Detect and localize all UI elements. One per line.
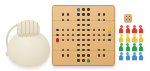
board-hole	[82, 8, 84, 10]
peg-yellow	[108, 28, 112, 32]
board-hole	[67, 49, 69, 51]
board-hole	[82, 54, 84, 56]
board-hole	[82, 24, 84, 26]
board-hole	[87, 8, 89, 10]
peg-red	[56, 38, 60, 42]
peg-body	[132, 46, 136, 51]
board-hole	[82, 49, 84, 51]
board-hole	[93, 34, 95, 36]
tray-peg-red	[139, 25, 143, 33]
board-hole	[87, 39, 89, 41]
peg-body	[126, 37, 130, 42]
tray-peg-yellow	[139, 34, 143, 42]
tray-row-yellow	[119, 34, 143, 42]
tray-peg-yellow	[119, 34, 123, 42]
board-hole	[87, 19, 89, 21]
peg-tray	[119, 25, 143, 60]
board-hole	[93, 29, 95, 31]
die-pip	[129, 19, 130, 20]
board-hole	[98, 54, 100, 56]
board-hole	[77, 19, 79, 21]
board-hole	[87, 13, 89, 15]
board-hole	[77, 29, 79, 31]
board-hole	[67, 39, 69, 41]
tray-peg-green	[132, 43, 136, 51]
die-pip	[129, 16, 130, 17]
board-hole	[103, 49, 105, 51]
board-hole	[82, 34, 84, 36]
board-hole	[98, 39, 100, 41]
board-hole	[77, 24, 79, 26]
board-hole	[87, 54, 89, 56]
board-hole	[56, 34, 58, 36]
wooden-die	[124, 14, 132, 22]
board-hole	[77, 34, 79, 36]
board-hole	[62, 19, 64, 21]
board-hole	[67, 34, 69, 36]
peg-body	[139, 46, 143, 51]
board-hole	[108, 34, 110, 36]
peg-body	[126, 55, 130, 60]
board-hole	[77, 39, 79, 41]
board-hole	[103, 19, 105, 21]
board-hole	[87, 49, 89, 51]
peg-body	[119, 37, 123, 42]
board-hole	[62, 54, 64, 56]
board-hole	[67, 19, 69, 21]
peg-body	[139, 37, 143, 42]
board-hole	[72, 29, 74, 31]
board-hole	[77, 44, 79, 46]
tray-peg-green	[126, 43, 130, 51]
board-hole	[98, 34, 100, 36]
board-hole	[98, 49, 100, 51]
board-hole	[103, 34, 105, 36]
tray-peg-yellow	[132, 34, 136, 42]
tray-row-green	[119, 43, 143, 51]
tray-peg-blue	[132, 52, 136, 60]
tray-row-red	[119, 25, 143, 33]
peg-body	[132, 28, 136, 33]
board-hole	[62, 13, 64, 15]
board-hole	[82, 44, 84, 46]
board-hole	[87, 29, 89, 31]
board-hole	[98, 19, 100, 21]
board-hole	[87, 24, 89, 26]
board-hole	[77, 49, 79, 51]
peg-body	[119, 28, 123, 33]
board-hole	[87, 34, 89, 36]
die-pip	[126, 16, 127, 17]
tray-peg-green	[139, 43, 143, 51]
peg-body	[139, 55, 143, 60]
peg-body	[126, 46, 130, 51]
board-hole	[82, 19, 84, 21]
board-hole	[82, 13, 84, 15]
board-hole	[93, 39, 95, 41]
board-hole	[62, 39, 64, 41]
product-photo	[0, 0, 150, 71]
board-hole	[103, 54, 105, 56]
game-board	[52, 5, 115, 66]
tray-peg-blue	[126, 52, 130, 60]
die-pip	[126, 19, 127, 20]
board-hole	[62, 29, 64, 31]
board-hole	[82, 39, 84, 41]
peg-body	[132, 37, 136, 42]
board-hole	[62, 49, 64, 51]
peg-green	[87, 59, 91, 63]
board-hole	[62, 34, 64, 36]
board-hole	[67, 29, 69, 31]
tray-peg-red	[126, 25, 130, 33]
tray-peg-blue	[119, 52, 123, 60]
peg-body	[126, 28, 130, 33]
board-hole	[67, 54, 69, 56]
board-hole	[108, 39, 110, 41]
tray-peg-green	[119, 43, 123, 51]
board-hole	[82, 59, 84, 61]
board-hole	[98, 13, 100, 15]
board-hole	[56, 29, 58, 31]
peg-body	[139, 28, 143, 33]
board-hole	[98, 29, 100, 31]
board-hole	[82, 29, 84, 31]
tray-peg-blue	[139, 52, 143, 60]
board-hole	[67, 13, 69, 15]
board-hole	[77, 54, 79, 56]
peg-body	[119, 55, 123, 60]
drawstring-bag	[4, 19, 51, 67]
board-hole	[72, 39, 74, 41]
peg-body	[132, 55, 136, 60]
board-grid	[55, 7, 112, 63]
tray-peg-red	[132, 25, 136, 33]
peg-body	[119, 46, 123, 51]
tray-row-blue	[119, 52, 143, 60]
tray-peg-yellow	[126, 34, 130, 42]
board-hole	[103, 13, 105, 15]
board-hole	[103, 29, 105, 31]
board-hole	[72, 34, 74, 36]
board-hole	[87, 44, 89, 46]
board-hole	[103, 39, 105, 41]
peg-blue	[77, 8, 81, 12]
board-hole	[77, 59, 79, 61]
tray-peg-red	[119, 25, 123, 33]
board-hole	[77, 13, 79, 15]
